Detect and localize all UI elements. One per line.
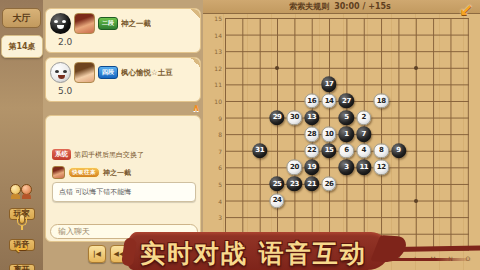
- row-label-6: 6: [208, 164, 222, 171]
- player2-score: 5.0: [46, 83, 200, 96]
- player1-rank-badge: 二段: [98, 17, 118, 30]
- card-fold-corner: [191, 9, 200, 18]
- chat-panel: 系统 第四手棋后黑白交换了 快银往来 神之一截 点错 可以悔下错不能悔 输入聊天: [45, 115, 201, 242]
- row-label-9: 9: [208, 114, 222, 121]
- player2-portrait: [74, 62, 95, 83]
- stone-black-21: 21: [304, 176, 319, 191]
- stone-black-9: 9: [391, 143, 406, 158]
- player1-score: 2.0: [46, 34, 200, 47]
- row-label-5: 5: [208, 181, 222, 188]
- leave-arrow-icon: ↩: [0, 241, 43, 257]
- collapse-panel-icon[interactable]: ∧: [189, 103, 203, 114]
- system-message: 第四手棋后黑白交换了: [74, 150, 144, 160]
- banner-text: 实时对战 语音互动: [140, 237, 367, 270]
- side-panel: 二段 神之一截 2.0 四段 枫心愉悦☆土豆 5.0 ∧ 系统 第四手棋后黑白交…: [43, 0, 203, 270]
- chat-user-name: 神之一截: [103, 168, 131, 178]
- replay-to-start-button[interactable]: |◀: [88, 245, 106, 263]
- black-stone-avatar-icon: [50, 13, 71, 34]
- microphone-icon: [15, 214, 29, 231]
- stone-black-7: 7: [356, 126, 371, 141]
- stone-black-3: 3: [339, 160, 354, 175]
- rule-name: 索索夫规则: [289, 1, 329, 12]
- chat-user-badge: 快银往来: [68, 167, 100, 178]
- chat-bubble: 点错 可以悔下错不能悔: [52, 182, 196, 202]
- player-card-black[interactable]: 二段 神之一截 2.0: [45, 8, 201, 53]
- player-card-white[interactable]: 四段 枫心愉悦☆土豆 5.0: [45, 57, 201, 102]
- stone-white-4: 4: [356, 143, 371, 158]
- stone-white-28: 28: [304, 126, 319, 141]
- stone-white-20: 20: [287, 160, 302, 175]
- stone-black-1: 1: [339, 126, 354, 141]
- stone-black-25: 25: [269, 176, 284, 191]
- chat-user-avatar: [52, 166, 65, 179]
- stone-black-29: 29: [269, 110, 284, 125]
- stone-white-16: 16: [304, 93, 319, 108]
- brush-streak-2: [382, 258, 472, 261]
- promo-banner[interactable]: 实时对战 语音互动: [127, 232, 480, 270]
- star-point: [414, 199, 418, 203]
- stone-black-31: 31: [252, 143, 267, 158]
- board-area: 151413121110987654321ABCDEFGHIJKLMNO1234…: [200, 0, 480, 270]
- row-label-11: 11: [208, 81, 222, 88]
- player2-name: 枫心愉悦☆土豆: [121, 68, 173, 78]
- stone-black-19: 19: [304, 160, 319, 175]
- row-label-4: 4: [208, 197, 222, 204]
- stone-black-15: 15: [321, 143, 336, 158]
- stone-white-14: 14: [321, 93, 336, 108]
- players-icon: [7, 184, 37, 200]
- stone-white-6: 6: [339, 143, 354, 158]
- stone-black-17: 17: [321, 77, 336, 92]
- row-label-10: 10: [208, 98, 222, 105]
- stone-white-10: 10: [321, 126, 336, 141]
- stone-white-26: 26: [321, 176, 336, 191]
- stone-black-23: 23: [287, 176, 302, 191]
- row-label-14: 14: [208, 31, 222, 38]
- stone-white-24: 24: [269, 193, 284, 208]
- time-control: 30:00 / +15s: [334, 2, 391, 11]
- stone-black-5: 5: [339, 110, 354, 125]
- stone-white-18: 18: [373, 93, 388, 108]
- stone-white-12: 12: [373, 160, 388, 175]
- stone-white-30: 30: [287, 110, 302, 125]
- stone-black-11: 11: [356, 160, 371, 175]
- star-point: [414, 66, 418, 70]
- stone-white-22: 22: [304, 143, 319, 158]
- stone-white-8: 8: [373, 143, 388, 158]
- tab-lobby[interactable]: 大厅: [2, 8, 41, 28]
- player2-rank-badge: 四段: [98, 66, 118, 79]
- row-label-8: 8: [208, 131, 222, 138]
- stone-black-13: 13: [304, 110, 319, 125]
- leave-button[interactable]: ↩ 离开: [0, 241, 43, 270]
- player1-name: 神之一截: [121, 19, 151, 29]
- row-label-3: 3: [208, 214, 222, 221]
- collapse-board-icon[interactable]: ↙: [454, 0, 478, 20]
- row-label-12: 12: [208, 64, 222, 71]
- rule-bar: 索索夫规则 30:00 / +15s: [200, 0, 480, 14]
- tab-table[interactable]: 第14桌: [1, 35, 43, 58]
- star-point: [275, 66, 279, 70]
- stone-white-2: 2: [356, 110, 371, 125]
- player1-portrait: [74, 13, 95, 34]
- system-tag: 系统: [52, 149, 71, 160]
- leave-button-label: 离开: [9, 264, 35, 270]
- row-label-13: 13: [208, 48, 222, 55]
- stone-black-27: 27: [339, 93, 354, 108]
- left-nav-strip: 大厅 第14桌 玩家 语音 ↩ 离开: [0, 0, 43, 270]
- gomoku-board[interactable]: 151413121110987654321ABCDEFGHIJKLMNO1234…: [225, 18, 469, 251]
- card-fold-corner: [191, 58, 200, 67]
- white-stone-avatar-icon: [50, 62, 71, 83]
- row-label-7: 7: [208, 147, 222, 154]
- row-label-15: 15: [208, 15, 222, 22]
